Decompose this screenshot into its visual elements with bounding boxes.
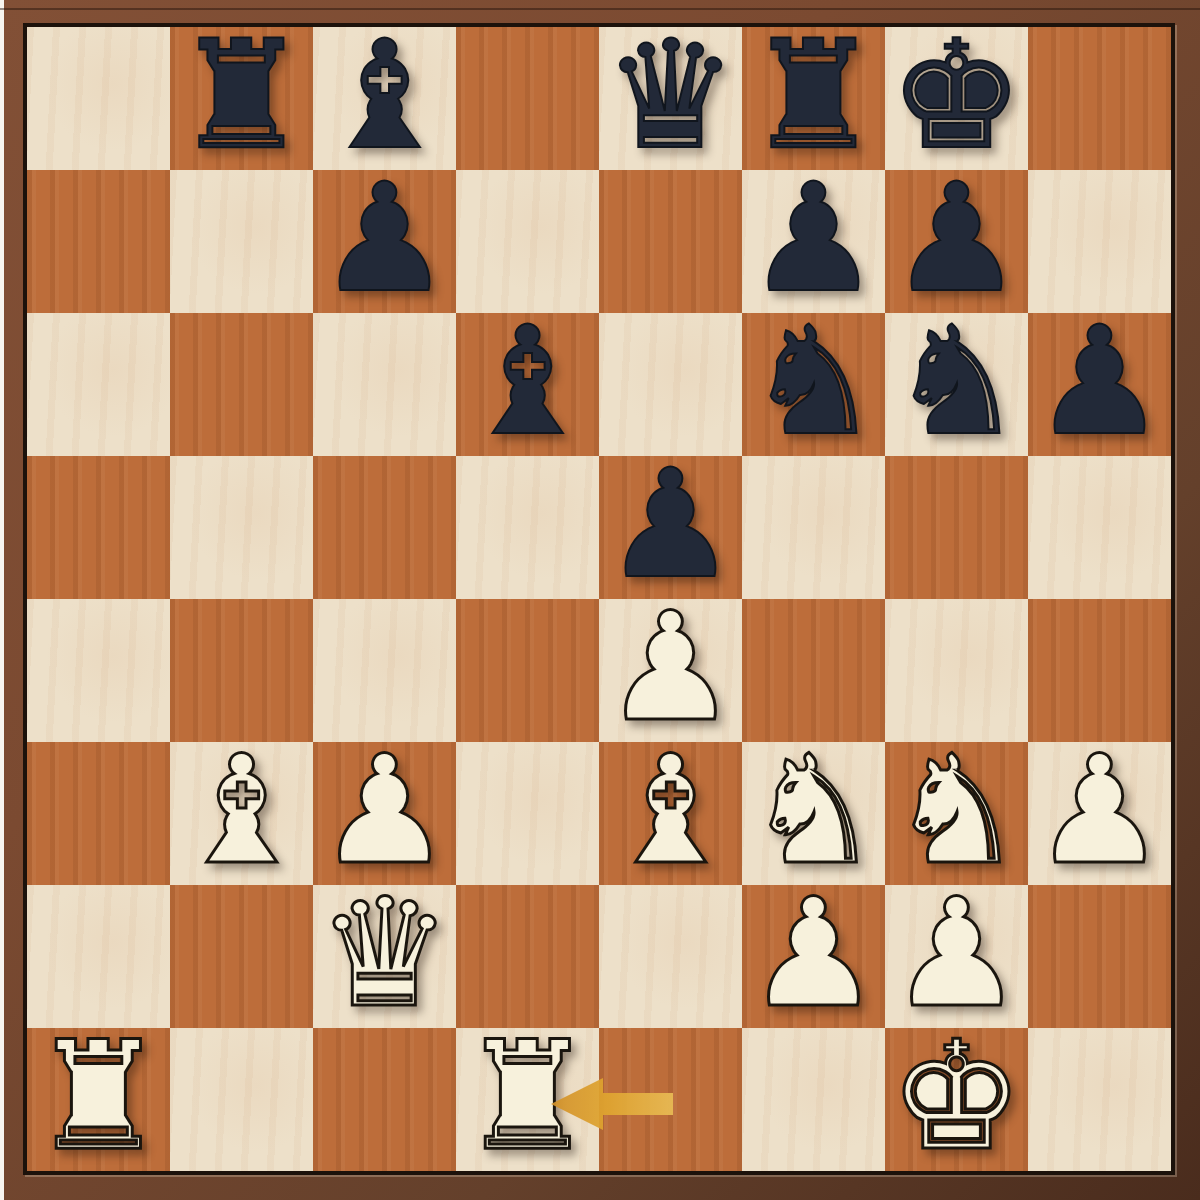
square-g5[interactable] (885, 456, 1028, 599)
square-c3[interactable]: ♟ (313, 742, 456, 885)
square-h8[interactable] (1028, 27, 1171, 170)
square-a8[interactable] (27, 27, 170, 170)
square-f2[interactable]: ♟ (742, 885, 885, 1028)
piece-black-pawn-c7[interactable]: ♟ (317, 163, 451, 313)
square-e3[interactable]: ♝ (599, 742, 742, 885)
square-f1[interactable] (742, 1028, 885, 1171)
square-f8[interactable]: ♜ (742, 27, 885, 170)
square-c8[interactable]: ♝ (313, 27, 456, 170)
square-c7[interactable]: ♟ (313, 170, 456, 313)
square-a1[interactable]: ♜ (27, 1028, 170, 1171)
chess-board-screenshot: ♜♝♛♜♚♟♟♟♝♞♞♟♟♟♝♟♝♞♞♟♛♟♟♜♜♚ (0, 0, 1200, 1200)
piece-white-pawn-g2[interactable]: ♟ (889, 878, 1023, 1028)
piece-white-pawn-e4[interactable]: ♟ (603, 592, 737, 742)
square-g8[interactable]: ♚ (885, 27, 1028, 170)
piece-black-knight-g6[interactable]: ♞ (889, 306, 1023, 456)
square-f7[interactable]: ♟ (742, 170, 885, 313)
square-b1[interactable] (170, 1028, 313, 1171)
square-d2[interactable] (456, 885, 599, 1028)
square-a4[interactable] (27, 599, 170, 742)
square-e8[interactable]: ♛ (599, 27, 742, 170)
square-e6[interactable] (599, 313, 742, 456)
piece-black-pawn-e5[interactable]: ♟ (603, 449, 737, 599)
square-h1[interactable] (1028, 1028, 1171, 1171)
square-a3[interactable] (27, 742, 170, 885)
square-f6[interactable]: ♞ (742, 313, 885, 456)
piece-white-knight-f3[interactable]: ♞ (746, 735, 880, 885)
board-frame: ♜♝♛♜♚♟♟♟♝♞♞♟♟♟♝♟♝♞♞♟♛♟♟♜♜♚ (23, 23, 1175, 1175)
square-g1[interactable]: ♚ (885, 1028, 1028, 1171)
square-c4[interactable] (313, 599, 456, 742)
piece-black-pawn-f7[interactable]: ♟ (746, 163, 880, 313)
square-f5[interactable] (742, 456, 885, 599)
piece-white-pawn-f2[interactable]: ♟ (746, 878, 880, 1028)
piece-white-rook-a1[interactable]: ♜ (31, 1021, 165, 1171)
piece-black-bishop-c8[interactable]: ♝ (317, 20, 451, 170)
square-d5[interactable] (456, 456, 599, 599)
piece-white-bishop-b3[interactable]: ♝ (174, 735, 308, 885)
square-f3[interactable]: ♞ (742, 742, 885, 885)
square-d3[interactable] (456, 742, 599, 885)
square-e5[interactable]: ♟ (599, 456, 742, 599)
square-e7[interactable] (599, 170, 742, 313)
square-a5[interactable] (27, 456, 170, 599)
square-a7[interactable] (27, 170, 170, 313)
square-e1[interactable] (599, 1028, 742, 1171)
square-g3[interactable]: ♞ (885, 742, 1028, 885)
square-g6[interactable]: ♞ (885, 313, 1028, 456)
square-b7[interactable] (170, 170, 313, 313)
square-h4[interactable] (1028, 599, 1171, 742)
piece-black-pawn-h6[interactable]: ♟ (1032, 306, 1166, 456)
square-c5[interactable] (313, 456, 456, 599)
square-d4[interactable] (456, 599, 599, 742)
square-d1[interactable]: ♜ (456, 1028, 599, 1171)
piece-black-pawn-g7[interactable]: ♟ (889, 163, 1023, 313)
piece-black-king-g8[interactable]: ♚ (889, 20, 1023, 170)
square-a2[interactable] (27, 885, 170, 1028)
square-b8[interactable]: ♜ (170, 27, 313, 170)
square-a6[interactable] (27, 313, 170, 456)
square-b3[interactable]: ♝ (170, 742, 313, 885)
piece-black-bishop-d6[interactable]: ♝ (460, 306, 594, 456)
square-c1[interactable] (313, 1028, 456, 1171)
piece-black-queen-e8[interactable]: ♛ (603, 20, 737, 170)
square-d8[interactable] (456, 27, 599, 170)
piece-white-bishop-e3[interactable]: ♝ (603, 735, 737, 885)
square-g7[interactable]: ♟ (885, 170, 1028, 313)
piece-white-rook-d1[interactable]: ♜ (460, 1021, 594, 1171)
piece-white-queen-c2[interactable]: ♛ (317, 878, 451, 1028)
chess-board: ♜♝♛♜♚♟♟♟♝♞♞♟♟♟♝♟♝♞♞♟♛♟♟♜♜♚ (27, 27, 1171, 1171)
left-edge-strip (0, 0, 4, 1200)
piece-white-knight-g3[interactable]: ♞ (889, 735, 1023, 885)
square-f4[interactable] (742, 599, 885, 742)
square-e2[interactable] (599, 885, 742, 1028)
square-g2[interactable]: ♟ (885, 885, 1028, 1028)
square-b2[interactable] (170, 885, 313, 1028)
square-e4[interactable]: ♟ (599, 599, 742, 742)
piece-white-pawn-c3[interactable]: ♟ (317, 735, 451, 885)
square-h6[interactable]: ♟ (1028, 313, 1171, 456)
piece-black-rook-b8[interactable]: ♜ (174, 20, 308, 170)
piece-white-king-g1[interactable]: ♚ (889, 1021, 1023, 1171)
square-b5[interactable] (170, 456, 313, 599)
square-h5[interactable] (1028, 456, 1171, 599)
square-h3[interactable]: ♟ (1028, 742, 1171, 885)
square-d6[interactable]: ♝ (456, 313, 599, 456)
square-d7[interactable] (456, 170, 599, 313)
square-b4[interactable] (170, 599, 313, 742)
square-h7[interactable] (1028, 170, 1171, 313)
piece-white-pawn-h3[interactable]: ♟ (1032, 735, 1166, 885)
square-c2[interactable]: ♛ (313, 885, 456, 1028)
square-c6[interactable] (313, 313, 456, 456)
piece-black-rook-f8[interactable]: ♜ (746, 20, 880, 170)
square-b6[interactable] (170, 313, 313, 456)
piece-black-knight-f6[interactable]: ♞ (746, 306, 880, 456)
square-h2[interactable] (1028, 885, 1171, 1028)
square-g4[interactable] (885, 599, 1028, 742)
